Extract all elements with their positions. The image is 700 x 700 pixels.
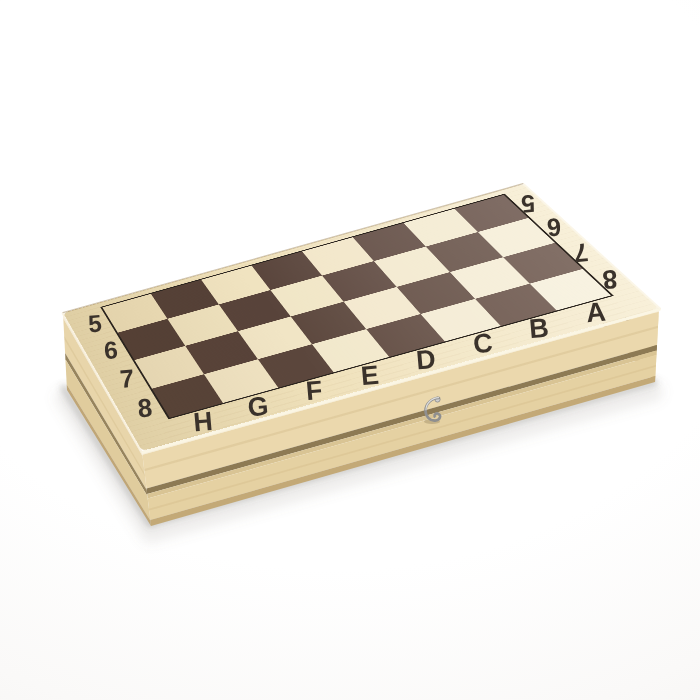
board-grid	[63, 184, 659, 451]
product-photo-chess-box: 56785678HGFEDCBA	[0, 0, 700, 700]
latch-hook-icon	[424, 397, 440, 424]
